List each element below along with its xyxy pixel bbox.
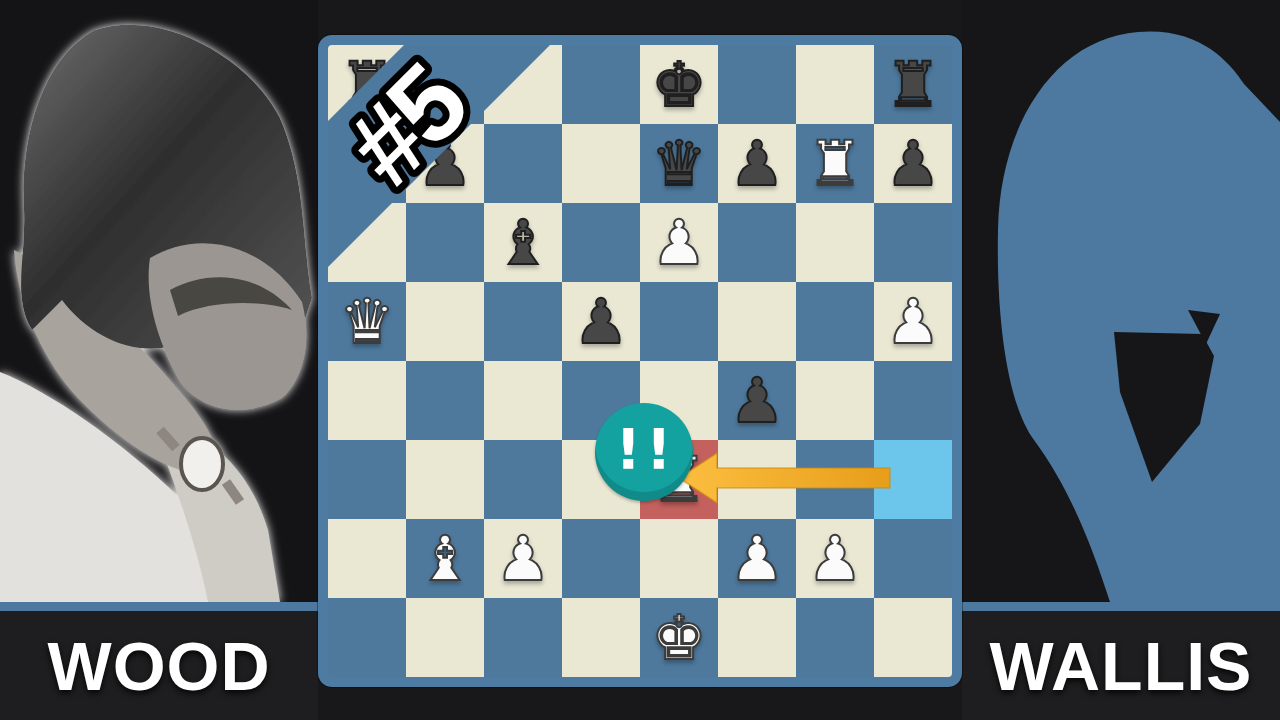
square-a2[interactable]: [328, 519, 406, 598]
square-e2[interactable]: [640, 519, 718, 598]
square-f5[interactable]: [718, 282, 796, 361]
square-b3[interactable]: [406, 440, 484, 519]
piece-black-king-e8[interactable]: ♚: [640, 45, 718, 124]
piece-black-bishop-c6[interactable]: ♝: [484, 203, 562, 282]
piece-black-pawn-b7[interactable]: ♟: [406, 124, 484, 203]
square-b5[interactable]: [406, 282, 484, 361]
piece-white-pawn-c2[interactable]: ♟: [484, 519, 562, 598]
piece-white-pawn-f2[interactable]: ♟: [718, 519, 796, 598]
square-h2[interactable]: [874, 519, 952, 598]
square-g3[interactable]: [796, 440, 874, 519]
square-c5[interactable]: [484, 282, 562, 361]
player-name-left: WOOD: [47, 627, 270, 705]
square-f1[interactable]: [718, 598, 796, 677]
square-a6[interactable]: [328, 203, 406, 282]
thumbnail-stage: WOOD WALLIS ♜♚♜♟♛♟♜♟♝♟♛♟♟♟♜♝♟♟♟♚ #5: [0, 0, 1280, 720]
square-c4[interactable]: [484, 361, 562, 440]
square-d7[interactable]: [562, 124, 640, 203]
square-d3[interactable]: [562, 440, 640, 519]
wood-photo: [0, 0, 318, 602]
square-c1[interactable]: [484, 598, 562, 677]
square-a3[interactable]: [328, 440, 406, 519]
square-g8[interactable]: [796, 45, 874, 124]
square-f3[interactable]: [718, 440, 796, 519]
player-name-bar-right: WALLIS: [962, 611, 1280, 720]
board-inner: ♜♚♜♟♛♟♜♟♝♟♛♟♟♟♜♝♟♟♟♚ #5 !!: [328, 45, 952, 677]
square-h6[interactable]: [874, 203, 952, 282]
watch-face: [181, 438, 223, 490]
square-b6[interactable]: [406, 203, 484, 282]
square-c8[interactable]: [484, 45, 562, 124]
piece-white-pawn-h5[interactable]: ♟: [874, 282, 952, 361]
square-a4[interactable]: [328, 361, 406, 440]
piece-black-pawn-f7[interactable]: ♟: [718, 124, 796, 203]
piece-white-bishop-b2[interactable]: ♝: [406, 519, 484, 598]
square-a7[interactable]: [328, 124, 406, 203]
piece-white-queen-a5[interactable]: ♛: [328, 282, 406, 361]
square-f8[interactable]: [718, 45, 796, 124]
piece-white-rook-g7[interactable]: ♜: [796, 124, 874, 203]
square-e5[interactable]: [640, 282, 718, 361]
player-name-bar-left: WOOD: [0, 611, 318, 720]
square-d1[interactable]: [562, 598, 640, 677]
piece-black-rook-a8[interactable]: ♜: [328, 45, 406, 124]
piece-white-rook-e3[interactable]: ♜: [640, 440, 718, 519]
square-g4[interactable]: [796, 361, 874, 440]
piece-black-pawn-f4[interactable]: ♟: [718, 361, 796, 440]
square-h4[interactable]: [874, 361, 952, 440]
piece-white-pawn-e6[interactable]: ♟: [640, 203, 718, 282]
piece-white-pawn-g2[interactable]: ♟: [796, 519, 874, 598]
square-g6[interactable]: [796, 203, 874, 282]
square-d6[interactable]: [562, 203, 640, 282]
chess-board[interactable]: ♜♚♜♟♛♟♜♟♝♟♛♟♟♟♜♝♟♟♟♚ #5 !!: [318, 35, 962, 687]
piece-black-queen-e7[interactable]: ♛: [640, 124, 718, 203]
square-c7[interactable]: [484, 124, 562, 203]
square-d4[interactable]: [562, 361, 640, 440]
piece-black-rook-h8[interactable]: ♜: [874, 45, 952, 124]
square-f6[interactable]: [718, 203, 796, 282]
piece-black-pawn-d5[interactable]: ♟: [562, 282, 640, 361]
square-d8[interactable]: [562, 45, 640, 124]
square-c3[interactable]: [484, 440, 562, 519]
piece-white-king-e1[interactable]: ♚: [640, 598, 718, 677]
piece-black-pawn-h7[interactable]: ♟: [874, 124, 952, 203]
square-g1[interactable]: [796, 598, 874, 677]
wood-photo-panel: [0, 0, 318, 602]
player-name-right: WALLIS: [990, 627, 1253, 705]
square-d2[interactable]: [562, 519, 640, 598]
wallis-silhouette-panel: [962, 0, 1280, 602]
square-a1[interactable]: [328, 598, 406, 677]
square-b1[interactable]: [406, 598, 484, 677]
square-h1[interactable]: [874, 598, 952, 677]
wallis-silhouette: [962, 0, 1280, 602]
square-h3[interactable]: [874, 440, 952, 519]
square-e4[interactable]: [640, 361, 718, 440]
square-b4[interactable]: [406, 361, 484, 440]
square-g5[interactable]: [796, 282, 874, 361]
square-b8[interactable]: [406, 45, 484, 124]
